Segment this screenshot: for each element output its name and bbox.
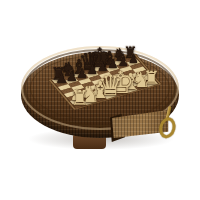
key-bow [157, 116, 178, 140]
product-photo: ♜♞♝♛♚♝♞♜♟♟♟♟♟♟♟♟♟♟♟♟♟♟♟♟♜♞♝♛♚♝♞♜ [0, 0, 200, 200]
